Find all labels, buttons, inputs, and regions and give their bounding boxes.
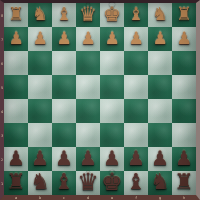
square-b3[interactable] — [28, 123, 52, 147]
square-b8[interactable]: ♞ — [28, 3, 52, 27]
square-h6[interactable] — [172, 51, 196, 75]
square-f8[interactable]: ♝ — [124, 3, 148, 27]
chess-app: ♜♞♝♛♚♝♞♜♟♟♟♟♟♟♟♟♟♟♟♟♟♟♟♟♜♞♝♛♚♝♞♜ 8765432… — [0, 0, 200, 200]
file-label-b: b — [33, 196, 47, 199]
piece-black-rook[interactable]: ♜ — [172, 2, 196, 26]
piece-white-rook[interactable]: ♜ — [4, 170, 28, 194]
piece-white-pawn[interactable]: ♟ — [52, 146, 76, 170]
piece-white-knight[interactable]: ♞ — [148, 170, 172, 194]
square-e7[interactable]: ♟ — [100, 27, 124, 51]
file-label-h: h — [177, 196, 191, 199]
piece-black-knight[interactable]: ♞ — [148, 2, 172, 26]
piece-white-king[interactable]: ♚ — [100, 170, 124, 194]
square-g4[interactable] — [148, 99, 172, 123]
square-a8[interactable]: ♜ — [4, 3, 28, 27]
square-e8[interactable]: ♚ — [100, 3, 124, 27]
square-e4[interactable] — [100, 99, 124, 123]
piece-white-pawn[interactable]: ♟ — [124, 146, 148, 170]
square-f6[interactable] — [124, 51, 148, 75]
accent-black-queen — [86, 3, 90, 7]
piece-black-pawn[interactable]: ♟ — [52, 26, 76, 50]
square-f7[interactable]: ♟ — [124, 27, 148, 51]
piece-white-pawn[interactable]: ♟ — [4, 146, 28, 170]
square-g5[interactable] — [148, 75, 172, 99]
piece-black-bishop[interactable]: ♝ — [124, 2, 148, 26]
file-labels: abcdefgh — [4, 195, 196, 200]
piece-black-pawn[interactable]: ♟ — [148, 26, 172, 50]
square-d6[interactable] — [76, 51, 100, 75]
square-f3[interactable] — [124, 123, 148, 147]
rank-label-5: 5 — [1, 80, 3, 94]
piece-white-pawn[interactable]: ♟ — [100, 146, 124, 170]
piece-white-pawn[interactable]: ♟ — [148, 146, 172, 170]
piece-black-knight[interactable]: ♞ — [28, 2, 52, 26]
accent-white-king — [109, 170, 115, 175]
square-e6[interactable] — [100, 51, 124, 75]
square-c1[interactable]: ♝ — [52, 171, 76, 195]
square-a6[interactable] — [4, 51, 28, 75]
square-c3[interactable] — [52, 123, 76, 147]
file-label-a: a — [9, 196, 23, 199]
square-b4[interactable] — [28, 99, 52, 123]
piece-white-knight[interactable]: ♞ — [28, 170, 52, 194]
piece-black-pawn[interactable]: ♟ — [4, 26, 28, 50]
square-c8[interactable]: ♝ — [52, 3, 76, 27]
square-g1[interactable]: ♞ — [148, 171, 172, 195]
square-c4[interactable] — [52, 99, 76, 123]
piece-white-queen[interactable]: ♛ — [76, 170, 100, 194]
square-f2[interactable]: ♟ — [124, 147, 148, 171]
square-g8[interactable]: ♞ — [148, 3, 172, 27]
accent-black-king — [109, 2, 115, 7]
square-a2[interactable]: ♟ — [4, 147, 28, 171]
square-g3[interactable] — [148, 123, 172, 147]
square-e3[interactable] — [100, 123, 124, 147]
file-label-d: d — [81, 196, 95, 199]
piece-white-pawn[interactable]: ♟ — [172, 146, 196, 170]
rank-labels: 87654321 — [0, 3, 4, 195]
square-c2[interactable]: ♟ — [52, 147, 76, 171]
square-f1[interactable]: ♝ — [124, 171, 148, 195]
square-e5[interactable] — [100, 75, 124, 99]
square-h4[interactable] — [172, 99, 196, 123]
square-c7[interactable]: ♟ — [52, 27, 76, 51]
square-h3[interactable] — [172, 123, 196, 147]
square-a1[interactable]: ♜ — [4, 171, 28, 195]
square-f4[interactable] — [124, 99, 148, 123]
piece-black-pawn[interactable]: ♟ — [28, 26, 52, 50]
piece-black-bishop[interactable]: ♝ — [52, 2, 76, 26]
rank-label-6: 6 — [1, 56, 3, 70]
piece-black-pawn[interactable]: ♟ — [100, 26, 124, 50]
accent-white-queen — [86, 171, 90, 175]
file-label-c: c — [57, 196, 71, 199]
square-g7[interactable]: ♟ — [148, 27, 172, 51]
piece-white-bishop[interactable]: ♝ — [52, 170, 76, 194]
square-b5[interactable] — [28, 75, 52, 99]
square-d7[interactable]: ♟ — [76, 27, 100, 51]
file-label-f: f — [129, 196, 143, 199]
square-h1[interactable]: ♜ — [172, 171, 196, 195]
square-a4[interactable] — [4, 99, 28, 123]
rank-label-8: 8 — [1, 8, 3, 22]
square-d4[interactable] — [76, 99, 100, 123]
piece-white-bishop[interactable]: ♝ — [124, 170, 148, 194]
square-a5[interactable] — [4, 75, 28, 99]
piece-black-king[interactable]: ♚ — [100, 2, 124, 26]
chess-board: ♜♞♝♛♚♝♞♜♟♟♟♟♟♟♟♟♟♟♟♟♟♟♟♟♜♞♝♛♚♝♞♜ — [4, 3, 196, 195]
square-h2[interactable]: ♟ — [172, 147, 196, 171]
square-c6[interactable] — [52, 51, 76, 75]
piece-black-queen[interactable]: ♛ — [76, 2, 100, 26]
piece-black-pawn[interactable]: ♟ — [76, 26, 100, 50]
square-a7[interactable]: ♟ — [4, 27, 28, 51]
rank-label-1: 1 — [1, 176, 3, 190]
rank-label-4: 4 — [1, 104, 3, 118]
square-d1[interactable]: ♛ — [76, 171, 100, 195]
square-d3[interactable] — [76, 123, 100, 147]
square-b7[interactable]: ♟ — [28, 27, 52, 51]
square-h5[interactable] — [172, 75, 196, 99]
rank-label-7: 7 — [1, 32, 3, 46]
square-b1[interactable]: ♞ — [28, 171, 52, 195]
rank-label-2: 2 — [1, 152, 3, 166]
square-d5[interactable] — [76, 75, 100, 99]
square-a3[interactable] — [4, 123, 28, 147]
square-e1[interactable]: ♚ — [100, 171, 124, 195]
file-label-g: g — [153, 196, 167, 199]
square-g6[interactable] — [148, 51, 172, 75]
square-c5[interactable] — [52, 75, 76, 99]
piece-black-pawn[interactable]: ♟ — [124, 26, 148, 50]
piece-white-rook[interactable]: ♜ — [172, 170, 196, 194]
piece-black-rook[interactable]: ♜ — [4, 2, 28, 26]
piece-white-pawn[interactable]: ♟ — [76, 146, 100, 170]
chess-board-frame: ♜♞♝♛♚♝♞♜♟♟♟♟♟♟♟♟♟♟♟♟♟♟♟♟♜♞♝♛♚♝♞♜ 8765432… — [0, 0, 200, 200]
square-f5[interactable] — [124, 75, 148, 99]
square-h8[interactable]: ♜ — [172, 3, 196, 27]
file-label-e: e — [105, 196, 119, 199]
piece-white-pawn[interactable]: ♟ — [28, 146, 52, 170]
square-d8[interactable]: ♛ — [76, 3, 100, 27]
square-g2[interactable]: ♟ — [148, 147, 172, 171]
piece-black-pawn[interactable]: ♟ — [172, 26, 196, 50]
square-h7[interactable]: ♟ — [172, 27, 196, 51]
rank-label-3: 3 — [1, 128, 3, 142]
square-b2[interactable]: ♟ — [28, 147, 52, 171]
square-b6[interactable] — [28, 51, 52, 75]
